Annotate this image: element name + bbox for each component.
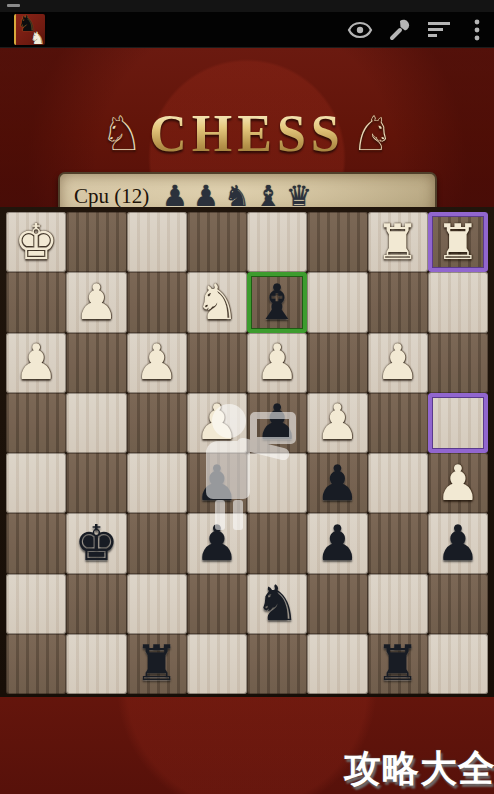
black-pawn: ♟: [307, 453, 367, 513]
black-pawn: ♟: [187, 513, 247, 573]
square-r8c1[interactable]: [6, 634, 66, 694]
square-r3c5[interactable]: ♟: [247, 333, 307, 393]
title-knight-right-icon: ♘: [351, 106, 394, 160]
square-r7c2[interactable]: [66, 574, 126, 634]
square-r6c2[interactable]: ♚: [66, 513, 126, 573]
square-r3c3[interactable]: ♟: [127, 333, 187, 393]
square-r5c3[interactable]: [127, 453, 187, 513]
square-r8c8[interactable]: [428, 634, 488, 694]
square-r5c2[interactable]: [66, 453, 126, 513]
black-pawn: ♟: [247, 393, 307, 453]
square-r6c8[interactable]: ♟: [428, 513, 488, 573]
square-r6c7[interactable]: [368, 513, 428, 573]
logo-white-knight-icon: ♞: [30, 28, 45, 48]
white-pawn: ♟: [428, 453, 488, 513]
square-r7c7[interactable]: [368, 574, 428, 634]
status-bar: [0, 0, 494, 12]
black-pawn: ♟: [428, 513, 488, 573]
cpu-label: Cpu (12): [74, 184, 162, 209]
app-logo-icon[interactable]: ♞ ♞: [14, 14, 45, 45]
square-r8c4[interactable]: [187, 634, 247, 694]
square-r6c1[interactable]: [6, 513, 66, 573]
overflow-menu-icon[interactable]: [460, 12, 494, 48]
square-r7c4[interactable]: [187, 574, 247, 634]
square-r3c1[interactable]: ♟: [6, 333, 66, 393]
board-grid: ♚♜♜♟♞♝♟♟♟♟♟♟♟♟♟♟♚♟♟♟♞♜♜: [6, 212, 488, 694]
square-r1c8[interactable]: ♜: [428, 212, 488, 272]
square-r8c6[interactable]: [307, 634, 367, 694]
title-row: ♘ CHESS ♘: [0, 103, 494, 163]
status-notification-dash: [7, 4, 20, 7]
square-r4c5[interactable]: ♟: [247, 393, 307, 453]
title-knight-left-icon: ♘: [100, 106, 143, 160]
square-r4c7[interactable]: [368, 393, 428, 453]
square-r8c2[interactable]: [66, 634, 126, 694]
eye-icon[interactable]: [340, 12, 380, 48]
black-rook: ♜: [368, 634, 428, 694]
white-pawn: ♟: [6, 333, 66, 393]
page-title: CHESS: [149, 104, 345, 163]
app-screen: ♞ ♞: [0, 0, 494, 794]
square-r1c7[interactable]: ♜: [368, 212, 428, 272]
square-r4c3[interactable]: [127, 393, 187, 453]
move-list-icon[interactable]: [420, 12, 460, 48]
square-r2c3[interactable]: [127, 272, 187, 332]
chess-board: ♚♜♜♟♞♝♟♟♟♟♟♟♟♟♟♟♚♟♟♟♞♜♜: [0, 207, 494, 697]
square-r1c6[interactable]: [307, 212, 367, 272]
square-r2c6[interactable]: [307, 272, 367, 332]
square-r7c3[interactable]: [127, 574, 187, 634]
square-r8c3[interactable]: ♜: [127, 634, 187, 694]
square-r1c3[interactable]: [127, 212, 187, 272]
white-pawn: ♟: [368, 333, 428, 393]
square-r5c8[interactable]: ♟: [428, 453, 488, 513]
square-r6c3[interactable]: [127, 513, 187, 573]
white-rook: ♜: [428, 212, 488, 272]
square-r7c6[interactable]: [307, 574, 367, 634]
square-r7c5[interactable]: ♞: [247, 574, 307, 634]
square-r2c7[interactable]: [368, 272, 428, 332]
square-r1c2[interactable]: [66, 212, 126, 272]
square-r2c2[interactable]: ♟: [66, 272, 126, 332]
header-panel: ♘ CHESS ♘ Cpu (12) ♟♟♞♝♛: [0, 48, 494, 207]
square-r5c6[interactable]: ♟: [307, 453, 367, 513]
square-r3c4[interactable]: [187, 333, 247, 393]
white-pawn: ♟: [127, 333, 187, 393]
square-r2c1[interactable]: [6, 272, 66, 332]
square-r5c1[interactable]: [6, 453, 66, 513]
square-r8c5[interactable]: [247, 634, 307, 694]
white-pawn: ♟: [66, 272, 126, 332]
black-knight: ♞: [247, 574, 307, 634]
square-r4c1[interactable]: [6, 393, 66, 453]
white-pawn: ♟: [247, 333, 307, 393]
white-king: ♚: [6, 212, 66, 272]
black-king: ♚: [66, 513, 126, 573]
square-r5c5[interactable]: [247, 453, 307, 513]
square-r3c7[interactable]: ♟: [368, 333, 428, 393]
square-r6c4[interactable]: ♟: [187, 513, 247, 573]
square-r5c4[interactable]: ♟: [187, 453, 247, 513]
black-pawn: ♟: [307, 513, 367, 573]
square-r6c5[interactable]: [247, 513, 307, 573]
action-bar: ♞ ♞: [0, 12, 494, 48]
square-r2c5[interactable]: ♝: [247, 272, 307, 332]
square-r4c8[interactable]: [428, 393, 488, 453]
square-r1c5[interactable]: [247, 212, 307, 272]
white-knight: ♞: [187, 272, 247, 332]
white-rook: ♜: [368, 212, 428, 272]
black-bishop: ♝: [247, 272, 307, 332]
square-r2c8[interactable]: [428, 272, 488, 332]
square-r4c2[interactable]: [66, 393, 126, 453]
square-r2c4[interactable]: ♞: [187, 272, 247, 332]
square-r5c7[interactable]: [368, 453, 428, 513]
square-r1c4[interactable]: [187, 212, 247, 272]
black-rook: ♜: [127, 634, 187, 694]
square-r3c2[interactable]: [66, 333, 126, 393]
square-r8c7[interactable]: ♜: [368, 634, 428, 694]
square-r7c8[interactable]: [428, 574, 488, 634]
black-pawn: ♟: [187, 453, 247, 513]
square-r3c8[interactable]: [428, 333, 488, 393]
square-r7c1[interactable]: [6, 574, 66, 634]
white-pawn: ♟: [307, 393, 367, 453]
square-r3c6[interactable]: [307, 333, 367, 393]
footer-panel: You ♞♝♝♛: [0, 697, 494, 794]
square-r4c6[interactable]: ♟: [307, 393, 367, 453]
white-pawn: ♟: [187, 393, 247, 453]
square-r1c1[interactable]: ♚: [6, 212, 66, 272]
square-r6c6[interactable]: ♟: [307, 513, 367, 573]
square-r4c4[interactable]: ♟: [187, 393, 247, 453]
wrench-icon[interactable]: [380, 12, 420, 48]
